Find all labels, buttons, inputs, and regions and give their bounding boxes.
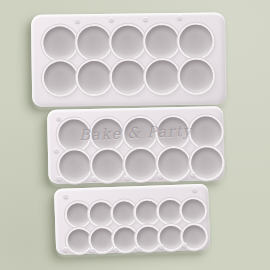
mold-nub — [113, 247, 118, 252]
pit — [59, 150, 91, 182]
tray-small-2x6 — [54, 184, 210, 255]
pit — [158, 148, 190, 180]
mold-nub — [92, 176, 97, 181]
mold-nub — [192, 187, 197, 192]
pit — [112, 60, 145, 93]
mold-nub — [143, 16, 148, 21]
pit — [77, 26, 110, 59]
pit — [58, 119, 90, 151]
mold-nub — [56, 116, 61, 121]
pit — [78, 61, 111, 94]
mold-nub — [190, 172, 195, 177]
pit — [112, 201, 136, 225]
pit — [92, 149, 124, 181]
pit — [67, 203, 91, 227]
pit — [91, 118, 123, 150]
pit-grid-large — [31, 12, 213, 95]
pit — [179, 24, 212, 57]
pit — [111, 25, 144, 58]
pit-grid-medium — [47, 106, 223, 182]
mold-nub — [54, 148, 59, 153]
pit — [158, 200, 182, 224]
mold-nub — [177, 15, 182, 20]
mold-nub — [136, 246, 141, 251]
pit — [146, 60, 179, 93]
mold-nub — [157, 173, 162, 178]
pit — [43, 26, 76, 59]
mold-nub — [90, 248, 95, 253]
mold-nub — [75, 18, 80, 23]
photo-scene: Bake & Party — [0, 0, 270, 270]
mold-nub — [56, 176, 61, 181]
pit — [124, 118, 156, 150]
tray-large-2x5 — [31, 12, 226, 107]
pit — [67, 229, 91, 253]
pit — [191, 147, 223, 179]
pit — [181, 199, 205, 223]
pit — [190, 116, 222, 148]
pit — [135, 200, 159, 224]
tray-medium-2x5: Bake & Party — [47, 106, 225, 184]
pit — [44, 61, 77, 94]
pit — [180, 59, 213, 92]
mold-nub — [125, 175, 130, 180]
mold-nub — [109, 17, 114, 22]
pit — [145, 25, 178, 58]
pit — [157, 117, 189, 149]
pit — [90, 202, 114, 226]
pit — [125, 149, 157, 181]
